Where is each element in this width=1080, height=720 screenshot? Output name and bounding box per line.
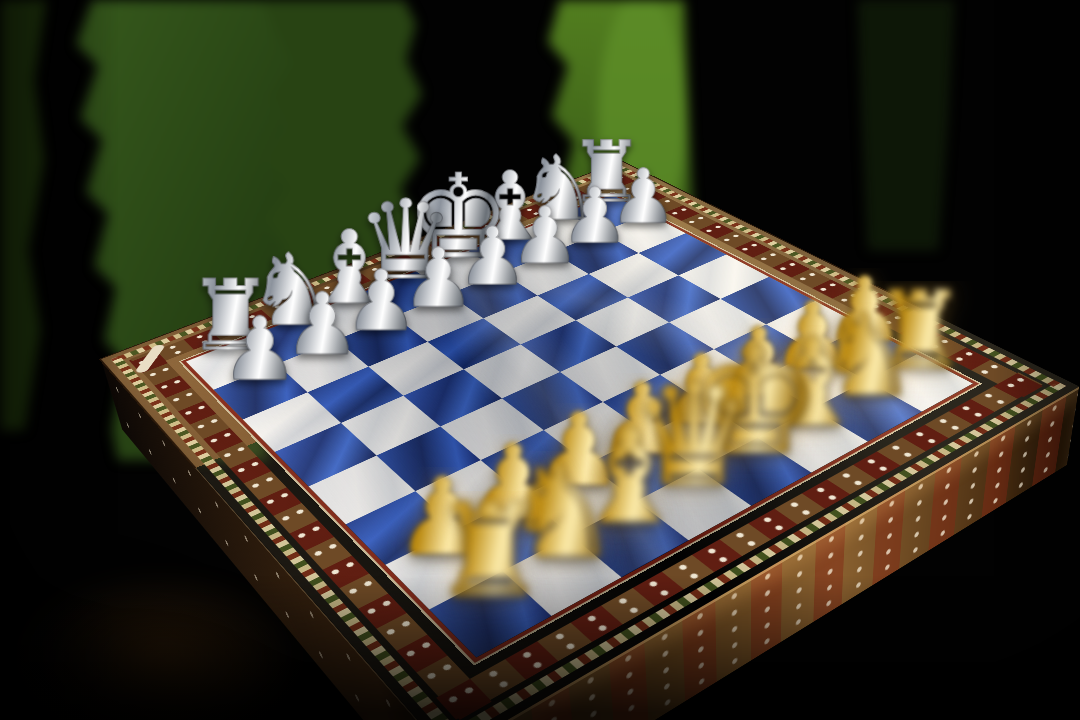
camera-tilt: ♜♞♝♛♚♝♞♜♟♟♟♟♟♟♟♟♟♟♟♟♟♟♟♟♜♞♝♛♚♝♞♜ bbox=[0, 0, 1080, 720]
perspective-scene: ♜♞♝♛♚♝♞♜♟♟♟♟♟♟♟♟♟♟♟♟♟♟♟♟♜♞♝♛♚♝♞♜ bbox=[0, 0, 1080, 720]
chess-box: ♜♞♝♛♚♝♞♜♟♟♟♟♟♟♟♟♟♟♟♟♟♟♟♟♜♞♝♛♚♝♞♜ bbox=[101, 161, 1079, 720]
board-top-face: ♜♞♝♛♚♝♞♜♟♟♟♟♟♟♟♟♟♟♟♟♟♟♟♟♜♞♝♛♚♝♞♜ bbox=[101, 161, 1079, 720]
gold-rook-glyph: ♜ bbox=[383, 491, 597, 613]
silver-pawn-glyph: ♟ bbox=[176, 308, 345, 391]
photo-scene: ♜♞♝♛♚♝♞♜♟♟♟♟♟♟♟♟♟♟♟♟♟♟♟♟♜♞♝♛♚♝♞♜ bbox=[0, 0, 1080, 720]
